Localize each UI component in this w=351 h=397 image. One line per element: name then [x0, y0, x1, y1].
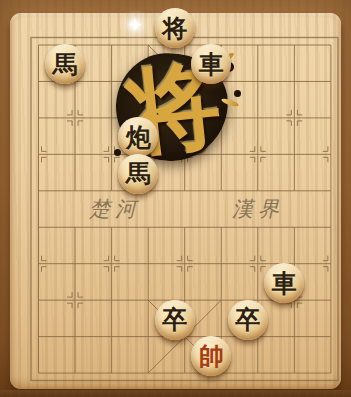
- frame-bottom-shadow: [0, 390, 351, 397]
- xiangqi-app-window: 楚河 漢界 将 将馬車炮馬車卒卒帥 ✦: [0, 0, 351, 397]
- river-label-left: 楚河: [89, 197, 141, 221]
- piece-glyph: 帥: [199, 344, 224, 369]
- piece-glyph: 車: [199, 52, 224, 77]
- piece-black-general[interactable]: 将: [155, 8, 195, 48]
- piece-glyph: 馬: [53, 52, 78, 77]
- piece-glyph: 車: [272, 271, 297, 296]
- piece-black-horse-center[interactable]: 馬: [118, 154, 158, 194]
- piece-glyph: 卒: [162, 307, 187, 332]
- piece-glyph: 炮: [126, 125, 151, 150]
- piece-glyph: 将: [162, 16, 187, 41]
- piece-black-soldier-left[interactable]: 卒: [155, 300, 195, 340]
- piece-glyph: 卒: [235, 307, 260, 332]
- river-label-right: 漢界: [232, 197, 284, 221]
- piece-glyph: 馬: [126, 161, 151, 186]
- piece-black-soldier-right[interactable]: 卒: [228, 300, 268, 340]
